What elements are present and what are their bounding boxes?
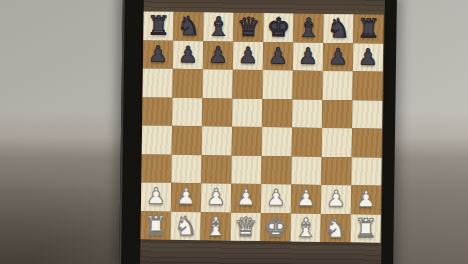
white-pawn-h2[interactable]: ♟ (356, 189, 376, 211)
square-g4[interactable] (322, 128, 352, 157)
square-c2[interactable]: ♟ (201, 183, 231, 212)
black-pawn-e7[interactable]: ♟ (268, 45, 288, 67)
square-g2[interactable]: ♟ (321, 185, 351, 214)
square-f5[interactable] (292, 99, 322, 128)
white-knight-g1[interactable]: ♞ (324, 215, 348, 241)
square-e7[interactable]: ♟ (263, 42, 293, 71)
square-f8[interactable]: ♝ (293, 13, 323, 42)
square-d6[interactable] (232, 70, 262, 99)
phone-device: ♜♞♝♛♚♝♞♜♟♟♟♟♟♟♟♟♟♟♟♟♟♟♟♟♜♞♝♛♚♝♞♜ (119, 0, 397, 264)
square-g8[interactable]: ♞ (323, 14, 353, 43)
black-rook-h8[interactable]: ♜ (357, 16, 381, 42)
square-c4[interactable] (202, 126, 232, 155)
white-bishop-c1[interactable]: ♝ (204, 213, 228, 239)
white-pawn-a2[interactable]: ♟ (146, 186, 166, 208)
white-pawn-f2[interactable]: ♟ (296, 188, 316, 210)
white-king-e1[interactable]: ♚ (264, 214, 288, 240)
square-d1[interactable]: ♛ (230, 212, 260, 241)
square-b5[interactable] (172, 97, 202, 126)
white-pawn-d2[interactable]: ♟ (236, 187, 256, 209)
chess-app-screen: ♜♞♝♛♚♝♞♜♟♟♟♟♟♟♟♟♟♟♟♟♟♟♟♟♜♞♝♛♚♝♞♜ (140, 0, 385, 264)
square-a4[interactable] (142, 125, 172, 154)
square-e2[interactable]: ♟ (261, 184, 291, 213)
black-bishop-c8[interactable]: ♝ (207, 14, 231, 40)
square-c3[interactable] (201, 155, 231, 184)
square-a5[interactable] (142, 97, 172, 126)
black-pawn-d7[interactable]: ♟ (238, 44, 258, 66)
square-h3[interactable] (351, 157, 381, 186)
square-c7[interactable]: ♟ (203, 41, 233, 70)
square-h8[interactable]: ♜ (353, 14, 383, 43)
square-h7[interactable]: ♟ (353, 43, 383, 72)
square-h5[interactable] (352, 100, 382, 129)
square-b3[interactable] (171, 154, 201, 183)
square-e8[interactable]: ♚ (263, 13, 293, 42)
square-a7[interactable]: ♟ (143, 40, 173, 69)
black-rook-a8[interactable]: ♜ (147, 13, 171, 39)
square-e1[interactable]: ♚ (260, 213, 290, 242)
square-d5[interactable] (232, 98, 262, 127)
square-b6[interactable] (172, 69, 202, 98)
white-pawn-c2[interactable]: ♟ (206, 187, 226, 209)
square-b7[interactable]: ♟ (173, 40, 203, 69)
square-b4[interactable] (172, 126, 202, 155)
white-knight-b1[interactable]: ♞ (174, 213, 198, 239)
square-e4[interactable] (262, 127, 292, 156)
square-b8[interactable]: ♞ (173, 12, 203, 41)
square-f6[interactable] (292, 70, 322, 99)
chess-board[interactable]: ♜♞♝♛♚♝♞♜♟♟♟♟♟♟♟♟♟♟♟♟♟♟♟♟♜♞♝♛♚♝♞♜ (140, 11, 383, 242)
square-e3[interactable] (261, 156, 291, 185)
white-queen-d1[interactable]: ♛ (234, 213, 258, 239)
black-pawn-f7[interactable]: ♟ (298, 45, 318, 67)
square-h2[interactable]: ♟ (351, 185, 381, 214)
black-pawn-h7[interactable]: ♟ (358, 46, 378, 68)
square-e6[interactable] (262, 70, 292, 99)
square-d7[interactable]: ♟ (233, 41, 263, 70)
black-pawn-b7[interactable]: ♟ (178, 44, 198, 66)
black-knight-b8[interactable]: ♞ (177, 13, 201, 39)
black-pawn-a7[interactable]: ♟ (148, 43, 168, 65)
square-c1[interactable]: ♝ (200, 212, 230, 241)
square-a1[interactable]: ♜ (140, 211, 170, 240)
square-b1[interactable]: ♞ (170, 211, 200, 240)
white-pawn-e2[interactable]: ♟ (266, 187, 286, 209)
square-f2[interactable]: ♟ (291, 184, 321, 213)
square-b2[interactable]: ♟ (171, 183, 201, 212)
square-a6[interactable] (142, 68, 172, 97)
white-rook-a1[interactable]: ♜ (144, 212, 168, 238)
square-f3[interactable] (291, 156, 321, 185)
square-f1[interactable]: ♝ (290, 213, 320, 242)
square-a2[interactable]: ♟ (141, 182, 171, 211)
black-pawn-g7[interactable]: ♟ (328, 46, 348, 68)
square-d8[interactable]: ♛ (233, 13, 263, 42)
black-bishop-f8[interactable]: ♝ (297, 15, 321, 41)
square-e5[interactable] (262, 99, 292, 128)
square-g6[interactable] (322, 71, 352, 100)
square-f4[interactable] (292, 127, 322, 156)
black-knight-g8[interactable]: ♞ (327, 15, 351, 41)
white-rook-h1[interactable]: ♜ (354, 215, 378, 241)
square-d3[interactable] (231, 155, 261, 184)
square-c6[interactable] (202, 69, 232, 98)
black-king-e8[interactable]: ♚ (267, 14, 291, 40)
white-bishop-f1[interactable]: ♝ (294, 214, 318, 240)
square-h6[interactable] (352, 71, 382, 100)
square-g3[interactable] (321, 156, 351, 185)
square-h1[interactable]: ♜ (350, 214, 380, 243)
square-c8[interactable]: ♝ (203, 12, 233, 41)
square-g7[interactable]: ♟ (323, 42, 353, 71)
square-c5[interactable] (202, 98, 232, 127)
white-pawn-g2[interactable]: ♟ (326, 188, 346, 210)
square-a8[interactable]: ♜ (143, 11, 173, 40)
square-h4[interactable] (352, 128, 382, 157)
black-pawn-c7[interactable]: ♟ (208, 44, 228, 66)
square-f7[interactable]: ♟ (293, 42, 323, 71)
square-g5[interactable] (322, 99, 352, 128)
black-queen-d8[interactable]: ♛ (237, 14, 261, 40)
square-d2[interactable]: ♟ (231, 184, 261, 213)
square-g1[interactable]: ♞ (320, 213, 350, 242)
white-pawn-b2[interactable]: ♟ (176, 186, 196, 208)
square-a3[interactable] (141, 154, 171, 183)
square-d4[interactable] (232, 127, 262, 156)
